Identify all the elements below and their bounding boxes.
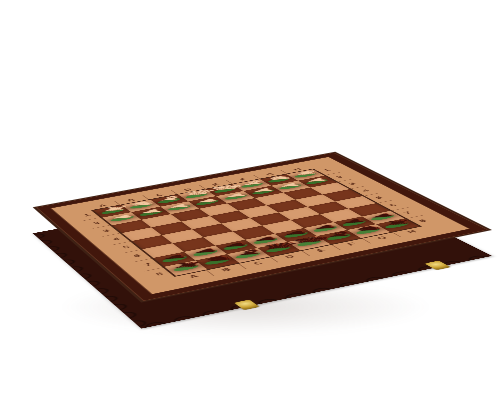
piece-glyph: ♚ (279, 234, 344, 246)
square-c7: ♟ (215, 240, 258, 255)
square-d6 (233, 226, 275, 240)
square-f8: ♝ (317, 230, 360, 244)
square-d8: ♛ (257, 242, 300, 257)
felt-base (265, 245, 293, 253)
felt-base (160, 255, 188, 263)
piece-black-rook: ♜ (155, 260, 222, 270)
square-e8: ♚ (287, 236, 330, 250)
piece-black-pawn: ♟ (206, 240, 270, 249)
coordinate-label-rank: 5 (112, 241, 140, 253)
coordinate-label-rank: 4 (102, 233, 130, 245)
felt-base (295, 239, 323, 247)
square-a6 (142, 243, 184, 258)
felt-base (203, 258, 231, 266)
coordinate-label-rank: 8 (407, 215, 439, 226)
square-d7: ♟ (245, 234, 288, 248)
square-b6 (173, 237, 215, 251)
square-b7: ♟ (184, 246, 227, 261)
piece-black-king: ♚ (279, 234, 344, 246)
felt-base (234, 252, 262, 260)
felt-base (191, 249, 219, 257)
coordinate-label-file: E (301, 245, 340, 256)
brass-clasp-front (234, 300, 259, 310)
scene: ABCDEFGH ABCDEFGH 12345678 12345678 ♜♞♝♛… (0, 0, 500, 400)
piece-black-knight: ♞ (338, 223, 401, 233)
coordinate-label-rank: 6 (123, 250, 152, 262)
piece-glyph: ♞ (338, 223, 401, 233)
square-a4 (122, 227, 162, 241)
coordinate-label-file: C (238, 257, 277, 269)
square-h8: ♜ (376, 218, 420, 232)
square-c5 (192, 224, 233, 238)
square-c8: ♝ (227, 248, 270, 263)
square-d5 (221, 218, 262, 231)
coordinate-label-file: A (174, 270, 213, 282)
piece-black-queen: ♛ (248, 240, 314, 252)
piece-glyph: ♝ (218, 247, 284, 258)
coordinate-label-rank: 7 (133, 258, 162, 271)
felt-base (172, 264, 200, 272)
piece-black-pawn: ♟ (175, 246, 239, 255)
piece-glyph: ♜ (155, 260, 222, 270)
piece-glyph: ♞ (186, 253, 252, 264)
coordinate-label-file: B (206, 264, 245, 276)
square-b8: ♞ (196, 254, 239, 269)
square-a7: ♟ (153, 252, 195, 267)
coordinate-label-file: F (332, 239, 371, 250)
coordinate-label-file: G (362, 232, 401, 243)
felt-base (252, 237, 279, 245)
square-g8: ♞ (347, 224, 391, 238)
square-a5 (132, 235, 173, 249)
felt-base (325, 233, 353, 241)
square-b5 (162, 229, 203, 243)
piece-glyph: ♟ (144, 252, 209, 261)
piece-glyph: ♛ (248, 240, 314, 252)
square-a8: ♜ (164, 260, 207, 275)
square-c6 (203, 231, 245, 245)
coordinate-label-rank: 8 (144, 267, 174, 280)
piece-black-knight: ♞ (186, 253, 252, 264)
piece-glyph: ♟ (175, 246, 239, 255)
felt-base (222, 243, 250, 251)
coordinate-label-file: H (392, 226, 430, 237)
piece-black-pawn: ♟ (144, 252, 209, 261)
product-photo-canvas: ABCDEFGH ABCDEFGH 12345678 12345678 ♜♞♝♛… (0, 0, 500, 400)
coordinate-label-file: D (270, 251, 309, 262)
piece-glyph: ♟ (206, 240, 270, 249)
brass-clasp-right (424, 261, 450, 270)
board-border: ABCDEFGH ABCDEFGH 12345678 12345678 ♜♞♝♛… (50, 157, 470, 295)
piece-black-bishop: ♝ (218, 247, 284, 258)
